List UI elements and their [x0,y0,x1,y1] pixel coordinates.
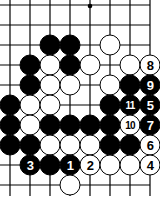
stone-black [60,35,81,56]
move-number-label: 3 [27,159,34,172]
stone-white-move-2: 2 [80,155,101,176]
board-cell [40,115,60,135]
move-number-label: 2 [87,159,94,172]
board-cell [80,115,100,135]
stone-black-move-1: 1 [60,155,81,176]
board-cell [40,35,60,55]
stone-black [20,135,41,156]
board-cell [40,75,60,95]
stone-black [120,75,141,96]
stone-white [60,75,81,96]
stone-white [40,95,61,116]
move-number-label: 7 [147,119,154,132]
board-cell [60,35,80,55]
move-number-label: 8 [147,59,154,72]
board-cell [20,135,40,155]
stone-black-move-5: 5 [140,95,161,116]
board-cell [60,135,80,155]
board-cell: 6 [140,135,160,155]
board-cell [20,95,40,115]
stone-white [40,75,61,96]
board-cell [100,75,120,95]
go-diagram: 8911510763124 [0,0,160,200]
board-cell [60,75,80,95]
board-cell [60,55,80,75]
move-number-label: 9 [147,79,154,92]
stone-white [20,115,41,136]
board-cell: 1 [60,155,80,175]
board-cell: 2 [80,155,100,175]
stones-layer: 8911510763124 [0,0,160,195]
stone-black [0,95,21,116]
move-number-label: 11 [126,100,135,110]
stone-black [80,115,101,136]
board-cell [0,95,20,115]
stone-black [40,115,61,136]
board-cell [40,155,60,175]
move-number-label: 6 [147,139,154,152]
board-cell: 11 [120,95,140,115]
stone-white [100,155,121,176]
move-number-label: 4 [147,159,154,172]
stone-white [100,35,121,56]
stone-black [40,155,61,176]
stone-black-move-11: 11 [120,95,141,116]
stone-black-move-9: 9 [140,75,161,96]
board-cell: 3 [20,155,40,175]
stone-black-move-7: 7 [140,115,161,136]
stone-white [120,155,141,176]
board-cell [100,135,120,155]
stone-black [0,115,21,136]
board-cell [80,135,100,155]
stone-white [60,135,81,156]
board-cell [60,175,80,195]
stone-black [40,35,61,56]
go-board: 8911510763124 [0,0,160,200]
stone-black [60,115,81,136]
board-cell [40,55,60,75]
board-cell [100,115,120,135]
stone-black [0,135,21,156]
stone-white [60,175,81,196]
stone-black-move-3: 3 [20,155,41,176]
board-cell: 10 [120,115,140,135]
move-number-label: 5 [147,99,154,112]
stone-white [80,135,101,156]
stone-white-move-10: 10 [120,115,141,136]
stone-white-move-6: 6 [140,135,161,156]
board-cell [20,115,40,135]
stone-black [100,135,121,156]
stone-black [100,115,121,136]
board-cell: 8 [140,55,160,75]
board-cell: 4 [140,155,160,175]
move-number-label: 10 [125,120,135,130]
stone-white [100,75,121,96]
board-cell [80,55,100,75]
stone-white [40,55,61,76]
board-cell [100,95,120,115]
stone-white [120,55,141,76]
board-cell [120,75,140,95]
stone-black [20,55,41,76]
move-number-label: 1 [67,159,74,172]
board-cell [40,95,60,115]
board-cell [60,115,80,135]
board-cell [20,55,40,75]
board-cell: 9 [140,75,160,95]
board-cell [120,135,140,155]
board-cell [120,155,140,175]
board-cell [40,135,60,155]
board-cell: 5 [140,95,160,115]
stone-black [20,75,41,96]
stone-white [40,135,61,156]
board-cell [20,75,40,95]
board-cell [100,155,120,175]
board-cell [120,55,140,75]
stone-white [80,55,101,76]
board-cell [100,35,120,55]
stone-black [120,135,141,156]
board-cell [0,135,20,155]
stone-white-move-4: 4 [140,155,161,176]
board-cell [0,115,20,135]
stone-black [100,95,121,116]
stone-white [20,95,41,116]
stone-black [60,55,81,76]
stone-white-move-8: 8 [140,55,161,76]
board-cell: 7 [140,115,160,135]
